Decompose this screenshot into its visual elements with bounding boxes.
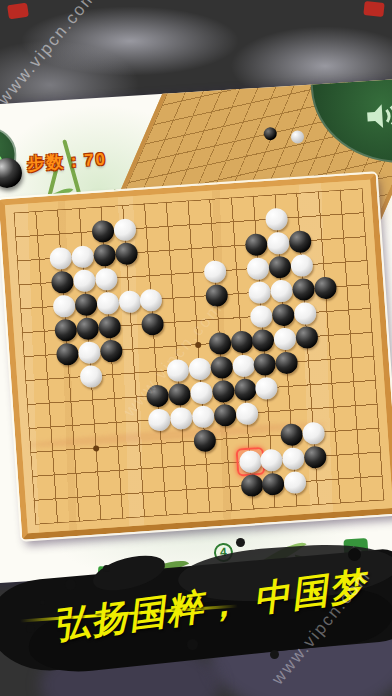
black-stone — [141, 312, 164, 335]
black-stone — [99, 339, 122, 362]
white-stone — [49, 246, 72, 269]
white-stone — [238, 449, 261, 472]
black-stone — [56, 342, 79, 365]
watermark-stamp — [363, 1, 384, 17]
white-stone — [94, 267, 117, 290]
white-stone — [270, 279, 293, 302]
black-stone — [91, 219, 114, 242]
white-stone — [302, 421, 325, 444]
white-stone — [255, 376, 278, 399]
white-stone — [248, 280, 271, 303]
black-stone — [240, 473, 263, 496]
black-stone — [262, 472, 285, 495]
white-stone — [231, 354, 254, 377]
white-stone — [260, 448, 283, 471]
black-stone — [272, 303, 295, 326]
black-stone — [210, 355, 233, 378]
white-stone — [250, 304, 273, 327]
white-stone — [96, 291, 119, 314]
white-stone — [170, 406, 193, 429]
black-stone — [288, 229, 311, 252]
white-stone — [118, 289, 141, 312]
black-stone — [211, 379, 234, 402]
watermark-stamp — [7, 3, 29, 20]
white-stone — [79, 364, 102, 387]
white-stone — [188, 357, 211, 380]
white-stone — [71, 245, 94, 268]
star-point — [93, 445, 99, 451]
white-stone — [78, 340, 101, 363]
white-stone — [273, 327, 296, 350]
black-stone — [208, 331, 231, 354]
white-stone — [235, 402, 258, 425]
board-grid[interactable] — [14, 188, 385, 525]
black-stone — [303, 445, 326, 468]
black-stone — [193, 429, 216, 452]
speaker-icon — [362, 97, 392, 135]
black-stone — [252, 328, 275, 351]
white-stone — [139, 288, 162, 311]
white-stone — [52, 294, 75, 317]
black-stone — [74, 293, 97, 316]
black-stone — [295, 325, 318, 348]
game-board[interactable] — [0, 173, 392, 540]
ink-splatter — [40, 600, 45, 605]
white-stone — [283, 470, 306, 493]
black-stone — [268, 255, 291, 278]
black-stone — [51, 270, 74, 293]
black-stone — [292, 277, 315, 300]
black-stone — [76, 316, 99, 339]
black-stone — [275, 351, 298, 374]
screen: 步数：70 4 弘扬国粹， 中国梦 www.vipcn.com www.vipc… — [0, 0, 392, 696]
white-stone — [203, 259, 226, 282]
white-stone — [247, 256, 270, 279]
white-stone — [113, 218, 136, 241]
black-stone — [313, 276, 336, 299]
white-stone — [290, 253, 313, 276]
white-stone — [265, 207, 288, 230]
black-stone — [168, 382, 191, 405]
black-stone — [98, 315, 121, 338]
black-stone — [230, 330, 253, 353]
black-stone — [245, 232, 268, 255]
black-stone — [54, 318, 77, 341]
black-stone — [280, 422, 303, 445]
white-stone — [282, 446, 305, 469]
white-stone — [148, 408, 171, 431]
white-stone — [267, 231, 290, 254]
white-stone — [191, 405, 214, 428]
black-stone — [213, 403, 236, 426]
white-stone — [73, 269, 96, 292]
black-stone — [114, 242, 137, 265]
white-stone — [293, 301, 316, 324]
white-stone — [190, 381, 213, 404]
black-stone — [233, 378, 256, 401]
black-stone — [253, 352, 276, 375]
black-stone — [93, 243, 116, 266]
